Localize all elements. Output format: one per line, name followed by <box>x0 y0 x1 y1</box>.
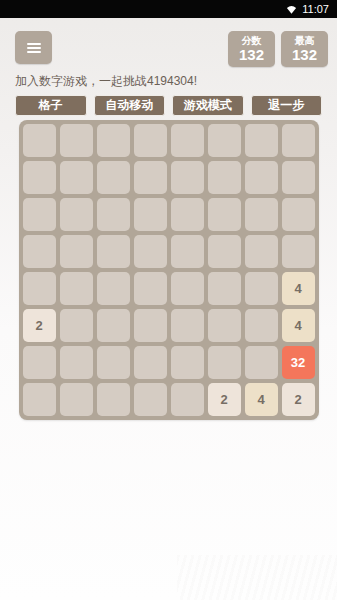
board[interactable]: 42432242 <box>19 120 319 420</box>
score-boxes: 分数 132 最高 132 <box>228 31 328 67</box>
status-bar: 11:07 <box>0 0 337 18</box>
empty-cell <box>208 309 241 342</box>
empty-cell <box>171 235 204 268</box>
tile-2: 2 <box>282 383 315 416</box>
toolbar: 格子 自动移动 游戏模式 退一步 <box>15 95 322 116</box>
empty-cell <box>60 346 93 379</box>
empty-cell <box>97 346 130 379</box>
tile-4: 4 <box>282 309 315 342</box>
empty-cell <box>282 198 315 231</box>
empty-cell <box>208 198 241 231</box>
tile-2: 2 <box>23 309 56 342</box>
empty-cell <box>171 161 204 194</box>
status-time: 11:07 <box>302 3 329 15</box>
hamburger-icon <box>27 43 41 45</box>
empty-cell <box>60 309 93 342</box>
subtitle-text: 加入数字游戏，一起挑战4194304! <box>15 73 322 90</box>
empty-cell <box>60 272 93 305</box>
empty-cell <box>171 124 204 157</box>
empty-cell <box>134 198 167 231</box>
tile-32: 32 <box>282 346 315 379</box>
score-value: 132 <box>239 47 264 63</box>
empty-cell <box>60 235 93 268</box>
empty-cell <box>97 272 130 305</box>
empty-cell <box>208 272 241 305</box>
empty-cell <box>97 161 130 194</box>
empty-cell <box>97 383 130 416</box>
empty-cell <box>23 124 56 157</box>
empty-cell <box>208 346 241 379</box>
empty-cell <box>245 272 278 305</box>
auto-move-button[interactable]: 自动移动 <box>94 95 166 116</box>
empty-cell <box>134 235 167 268</box>
best-box: 最高 132 <box>281 31 328 67</box>
empty-cell <box>23 383 56 416</box>
empty-cell <box>282 235 315 268</box>
tile-4: 4 <box>282 272 315 305</box>
empty-cell <box>282 161 315 194</box>
empty-cell <box>23 235 56 268</box>
empty-cell <box>171 309 204 342</box>
empty-cell <box>208 161 241 194</box>
grid-button[interactable]: 格子 <box>15 95 87 116</box>
empty-cell <box>23 272 56 305</box>
tile-2: 2 <box>208 383 241 416</box>
empty-cell <box>23 161 56 194</box>
best-value: 132 <box>292 47 317 63</box>
empty-cell <box>134 346 167 379</box>
empty-cell <box>171 346 204 379</box>
empty-cell <box>134 161 167 194</box>
empty-cell <box>245 235 278 268</box>
undo-button[interactable]: 退一步 <box>251 95 323 116</box>
header: 分数 132 最高 132 <box>0 18 337 67</box>
wifi-icon <box>286 4 297 15</box>
empty-cell <box>134 124 167 157</box>
menu-button[interactable] <box>15 31 52 64</box>
empty-cell <box>171 383 204 416</box>
empty-cell <box>171 198 204 231</box>
empty-cell <box>245 161 278 194</box>
empty-cell <box>245 346 278 379</box>
empty-cell <box>134 309 167 342</box>
empty-cell <box>60 383 93 416</box>
empty-cell <box>23 198 56 231</box>
empty-cell <box>97 309 130 342</box>
empty-cell <box>282 124 315 157</box>
empty-cell <box>97 124 130 157</box>
watermark <box>177 555 337 600</box>
empty-cell <box>60 161 93 194</box>
empty-cell <box>208 235 241 268</box>
empty-cell <box>23 346 56 379</box>
empty-cell <box>245 124 278 157</box>
score-box: 分数 132 <box>228 31 275 67</box>
empty-cell <box>245 198 278 231</box>
empty-cell <box>97 235 130 268</box>
empty-cell <box>208 124 241 157</box>
empty-cell <box>97 198 130 231</box>
empty-cell <box>60 198 93 231</box>
empty-cell <box>245 309 278 342</box>
game-mode-button[interactable]: 游戏模式 <box>172 95 244 116</box>
tile-4: 4 <box>245 383 278 416</box>
empty-cell <box>60 124 93 157</box>
empty-cell <box>134 383 167 416</box>
empty-cell <box>134 272 167 305</box>
empty-cell <box>171 272 204 305</box>
